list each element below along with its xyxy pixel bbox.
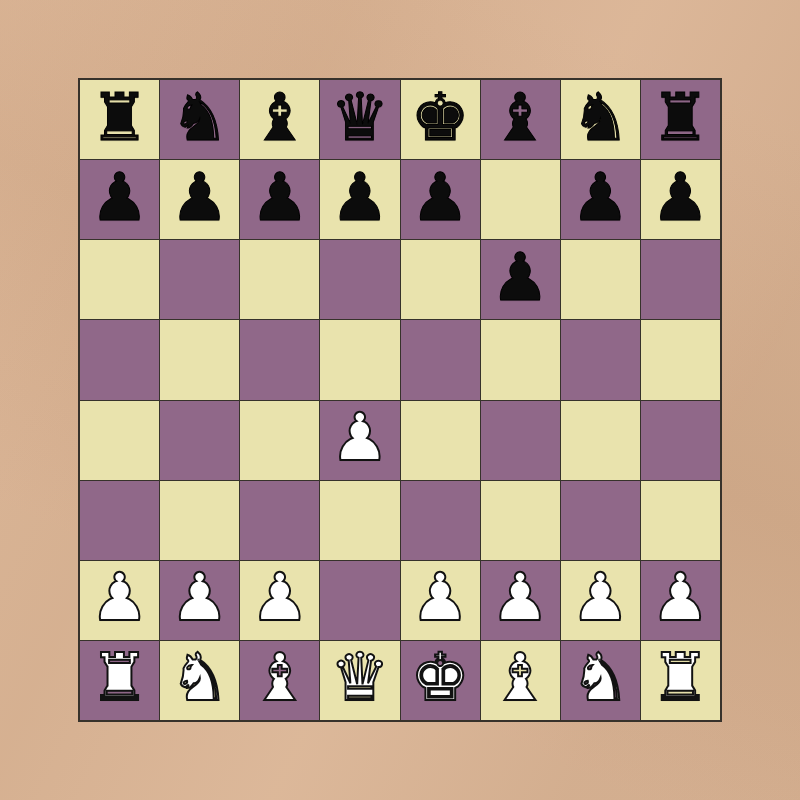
chess-board: ♜♞♝♛♚♝♞♜♟♟♟♟♟♟♟♟♟♟♟♟♟♟♟♟♜♞♝♛♚♝♞♜ xyxy=(78,78,722,722)
square-g8[interactable]: ♞ xyxy=(561,80,640,159)
square-b6[interactable] xyxy=(160,240,239,319)
piece-black-pawn[interactable]: ♟ xyxy=(410,165,469,231)
square-d4[interactable]: ♟ xyxy=(320,401,399,480)
square-b3[interactable] xyxy=(160,481,239,560)
square-f1[interactable]: ♝ xyxy=(481,641,560,720)
piece-black-knight[interactable]: ♞ xyxy=(170,85,229,151)
square-b4[interactable] xyxy=(160,401,239,480)
square-b8[interactable]: ♞ xyxy=(160,80,239,159)
square-h7[interactable]: ♟ xyxy=(641,160,720,239)
piece-white-rook[interactable]: ♜ xyxy=(651,645,710,711)
square-f6[interactable]: ♟ xyxy=(481,240,560,319)
piece-black-rook[interactable]: ♜ xyxy=(651,85,710,151)
square-g7[interactable]: ♟ xyxy=(561,160,640,239)
square-d6[interactable] xyxy=(320,240,399,319)
square-e5[interactable] xyxy=(401,320,480,399)
square-a3[interactable] xyxy=(80,481,159,560)
square-b2[interactable]: ♟ xyxy=(160,561,239,640)
square-g3[interactable] xyxy=(561,481,640,560)
piece-white-bishop[interactable]: ♝ xyxy=(250,645,309,711)
square-h3[interactable] xyxy=(641,481,720,560)
square-c3[interactable] xyxy=(240,481,319,560)
piece-black-pawn[interactable]: ♟ xyxy=(571,165,630,231)
piece-black-pawn[interactable]: ♟ xyxy=(491,245,550,311)
square-h5[interactable] xyxy=(641,320,720,399)
square-c5[interactable] xyxy=(240,320,319,399)
square-e1[interactable]: ♚ xyxy=(401,641,480,720)
piece-white-pawn[interactable]: ♟ xyxy=(250,565,309,631)
square-e4[interactable] xyxy=(401,401,480,480)
square-a4[interactable] xyxy=(80,401,159,480)
square-f5[interactable] xyxy=(481,320,560,399)
square-f2[interactable]: ♟ xyxy=(481,561,560,640)
square-c6[interactable] xyxy=(240,240,319,319)
square-a8[interactable]: ♜ xyxy=(80,80,159,159)
square-h8[interactable]: ♜ xyxy=(641,80,720,159)
page-background: ♜♞♝♛♚♝♞♜♟♟♟♟♟♟♟♟♟♟♟♟♟♟♟♟♜♞♝♛♚♝♞♜ xyxy=(0,0,800,800)
piece-white-pawn[interactable]: ♟ xyxy=(651,565,710,631)
square-b1[interactable]: ♞ xyxy=(160,641,239,720)
square-c7[interactable]: ♟ xyxy=(240,160,319,239)
square-d3[interactable] xyxy=(320,481,399,560)
square-e7[interactable]: ♟ xyxy=(401,160,480,239)
square-f3[interactable] xyxy=(481,481,560,560)
piece-black-pawn[interactable]: ♟ xyxy=(170,165,229,231)
square-b7[interactable]: ♟ xyxy=(160,160,239,239)
piece-black-bishop[interactable]: ♝ xyxy=(250,85,309,151)
square-e3[interactable] xyxy=(401,481,480,560)
piece-black-queen[interactable]: ♛ xyxy=(330,85,389,151)
square-g5[interactable] xyxy=(561,320,640,399)
square-c4[interactable] xyxy=(240,401,319,480)
square-d7[interactable]: ♟ xyxy=(320,160,399,239)
square-g6[interactable] xyxy=(561,240,640,319)
square-f4[interactable] xyxy=(481,401,560,480)
piece-black-rook[interactable]: ♜ xyxy=(90,85,149,151)
piece-white-pawn[interactable]: ♟ xyxy=(491,565,550,631)
square-d1[interactable]: ♛ xyxy=(320,641,399,720)
square-a1[interactable]: ♜ xyxy=(80,641,159,720)
piece-white-king[interactable]: ♚ xyxy=(410,645,469,711)
square-e6[interactable] xyxy=(401,240,480,319)
piece-white-queen[interactable]: ♛ xyxy=(330,645,389,711)
square-b5[interactable] xyxy=(160,320,239,399)
square-g1[interactable]: ♞ xyxy=(561,641,640,720)
piece-white-pawn[interactable]: ♟ xyxy=(90,565,149,631)
square-h2[interactable]: ♟ xyxy=(641,561,720,640)
square-a7[interactable]: ♟ xyxy=(80,160,159,239)
piece-white-rook[interactable]: ♜ xyxy=(90,645,149,711)
piece-black-pawn[interactable]: ♟ xyxy=(651,165,710,231)
square-f7[interactable] xyxy=(481,160,560,239)
square-c2[interactable]: ♟ xyxy=(240,561,319,640)
square-c8[interactable]: ♝ xyxy=(240,80,319,159)
piece-black-pawn[interactable]: ♟ xyxy=(250,165,309,231)
piece-white-knight[interactable]: ♞ xyxy=(571,645,630,711)
square-d8[interactable]: ♛ xyxy=(320,80,399,159)
piece-white-knight[interactable]: ♞ xyxy=(170,645,229,711)
piece-white-pawn[interactable]: ♟ xyxy=(330,405,389,471)
square-c1[interactable]: ♝ xyxy=(240,641,319,720)
square-d2[interactable] xyxy=(320,561,399,640)
square-h1[interactable]: ♜ xyxy=(641,641,720,720)
square-f8[interactable]: ♝ xyxy=(481,80,560,159)
square-a2[interactable]: ♟ xyxy=(80,561,159,640)
piece-black-bishop[interactable]: ♝ xyxy=(491,85,550,151)
piece-black-king[interactable]: ♚ xyxy=(410,85,469,151)
piece-white-pawn[interactable]: ♟ xyxy=(410,565,469,631)
piece-white-pawn[interactable]: ♟ xyxy=(571,565,630,631)
square-g4[interactable] xyxy=(561,401,640,480)
piece-black-pawn[interactable]: ♟ xyxy=(330,165,389,231)
piece-white-bishop[interactable]: ♝ xyxy=(491,645,550,711)
square-h6[interactable] xyxy=(641,240,720,319)
square-h4[interactable] xyxy=(641,401,720,480)
piece-white-pawn[interactable]: ♟ xyxy=(170,565,229,631)
square-e2[interactable]: ♟ xyxy=(401,561,480,640)
square-a5[interactable] xyxy=(80,320,159,399)
square-a6[interactable] xyxy=(80,240,159,319)
square-d5[interactable] xyxy=(320,320,399,399)
piece-black-pawn[interactable]: ♟ xyxy=(90,165,149,231)
square-e8[interactable]: ♚ xyxy=(401,80,480,159)
piece-black-knight[interactable]: ♞ xyxy=(571,85,630,151)
square-g2[interactable]: ♟ xyxy=(561,561,640,640)
